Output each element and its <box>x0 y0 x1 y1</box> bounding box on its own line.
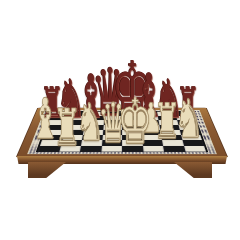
board-grid <box>38 112 206 152</box>
board-foot-right <box>174 162 212 178</box>
board-square <box>80 146 102 152</box>
board-square <box>163 146 185 152</box>
board-inlay-border <box>27 110 217 155</box>
board-square <box>143 146 165 152</box>
board-square <box>122 146 143 152</box>
board-foot-left <box>28 162 66 178</box>
board-square <box>184 146 207 152</box>
chess-set-photo: ♜♞♝♛♚♝♞♜♝♜♞♛♚♟♜♞ <box>0 0 240 240</box>
board-square <box>101 146 122 152</box>
board-square <box>38 146 61 152</box>
chess-board <box>17 108 227 157</box>
board-inner-line <box>36 111 208 152</box>
board-square <box>59 146 81 152</box>
